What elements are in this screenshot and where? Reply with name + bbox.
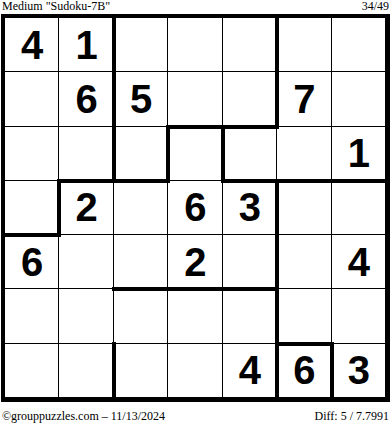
- page-number: 34/49: [362, 0, 389, 13]
- cell-r2c5[interactable]: [223, 72, 277, 126]
- cell-r6c4[interactable]: [168, 289, 222, 343]
- puzzle-page: Medium "Sudoku-7B" 34/49 416571263624463…: [0, 0, 391, 426]
- region-border-segment: [57, 179, 170, 183]
- cell-r7c2[interactable]: [59, 344, 113, 398]
- cell-r5c7: 4: [332, 235, 386, 289]
- cell-r1c4[interactable]: [168, 18, 222, 72]
- cell-r7c6: 6: [277, 344, 331, 398]
- cell-r4c5: 3: [223, 181, 277, 235]
- cell-r1c7[interactable]: [332, 18, 386, 72]
- cell-r4c3[interactable]: [114, 181, 168, 235]
- footer: ©grouppuzzles.com – 11/13/2024 Diff: 5 /…: [0, 409, 391, 423]
- cell-r4c6[interactable]: [277, 181, 331, 235]
- cell-r3c5[interactable]: [223, 127, 277, 181]
- cell-r4c2: 2: [59, 181, 113, 235]
- region-border-segment: [112, 342, 116, 400]
- puzzle-title: Medium "Sudoku-7B": [2, 0, 110, 13]
- cell-r6c1[interactable]: [5, 289, 59, 343]
- cell-r7c4[interactable]: [168, 344, 222, 398]
- cell-r3c7: 1: [332, 127, 386, 181]
- cell-r3c3[interactable]: [114, 127, 168, 181]
- cell-r1c5[interactable]: [223, 18, 277, 72]
- cell-r6c3[interactable]: [114, 289, 168, 343]
- region-border-segment: [57, 179, 61, 237]
- sudoku-board: 416571263624463: [1, 14, 390, 402]
- cell-r5c4: 2: [168, 235, 222, 289]
- cell-r3c2[interactable]: [59, 127, 113, 181]
- cell-r1c3[interactable]: [114, 18, 168, 72]
- cell-r3c4[interactable]: [168, 127, 222, 181]
- cell-r4c1[interactable]: [5, 181, 59, 235]
- cell-r7c5: 4: [223, 344, 277, 398]
- cell-r7c3[interactable]: [114, 344, 168, 398]
- region-border-segment: [330, 342, 334, 400]
- cell-r2c2: 6: [59, 72, 113, 126]
- cell-r3c6[interactable]: [277, 127, 331, 181]
- cell-r4c7[interactable]: [332, 181, 386, 235]
- region-border-segment: [112, 287, 279, 291]
- cell-r5c5[interactable]: [223, 235, 277, 289]
- cell-r4c4: 6: [168, 181, 222, 235]
- region-border-segment: [221, 125, 225, 183]
- region-border-segment: [166, 125, 170, 183]
- cell-r1c2: 1: [59, 18, 113, 72]
- cell-r3c1[interactable]: [5, 127, 59, 181]
- region-border-segment: [275, 342, 333, 346]
- cell-r1c1: 4: [5, 18, 59, 72]
- cell-r7c1[interactable]: [5, 344, 59, 398]
- cell-r6c7[interactable]: [332, 289, 386, 343]
- cell-r2c7[interactable]: [332, 72, 386, 126]
- difficulty-label: Diff: 5 / 7.7991: [315, 409, 389, 423]
- cell-r5c2[interactable]: [59, 235, 113, 289]
- cell-r7c7: 3: [332, 344, 386, 398]
- region-border-segment: [275, 16, 279, 129]
- cell-r6c6[interactable]: [277, 289, 331, 343]
- cell-r2c1[interactable]: [5, 72, 59, 126]
- cell-r6c2[interactable]: [59, 289, 113, 343]
- cell-r1c6[interactable]: [277, 18, 331, 72]
- copyright-credit: ©grouppuzzles.com – 11/13/2024: [2, 409, 165, 423]
- cell-r2c4[interactable]: [168, 72, 222, 126]
- region-border-segment: [221, 179, 388, 183]
- cell-r5c1: 6: [5, 235, 59, 289]
- cell-r6c5[interactable]: [223, 289, 277, 343]
- region-border-segment: [3, 233, 61, 237]
- cell-r5c6[interactable]: [277, 235, 331, 289]
- cell-r2c6: 7: [277, 72, 331, 126]
- region-border-segment: [166, 125, 279, 129]
- header: Medium "Sudoku-7B" 34/49: [0, 0, 391, 13]
- cell-r2c3: 5: [114, 72, 168, 126]
- region-border-segment: [112, 16, 116, 183]
- cell-r5c3[interactable]: [114, 235, 168, 289]
